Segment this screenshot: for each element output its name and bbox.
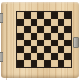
square-c8 (31, 12, 38, 19)
square-g5 (58, 33, 65, 40)
square-a4 (17, 40, 24, 47)
square-b7 (24, 19, 31, 26)
square-g1 (58, 60, 65, 67)
square-b1 (24, 60, 31, 67)
square-d1 (37, 60, 44, 67)
square-a1 (17, 60, 24, 67)
square-c4 (31, 40, 38, 47)
square-b6 (24, 26, 31, 33)
square-e8 (44, 12, 51, 19)
square-f6 (51, 26, 58, 33)
square-c1 (31, 60, 38, 67)
square-g2 (58, 53, 65, 60)
square-c7 (31, 19, 38, 26)
square-e5 (44, 33, 51, 40)
square-d6 (37, 26, 44, 33)
box-lid-seam (6, 4, 7, 80)
square-a8 (17, 12, 24, 19)
square-e7 (44, 19, 51, 26)
square-a7 (17, 19, 24, 26)
square-e6 (44, 26, 51, 33)
square-h4 (64, 40, 71, 47)
square-f8 (51, 12, 58, 19)
chessboard-frame (16, 11, 72, 68)
square-a5 (17, 33, 24, 40)
square-a6 (17, 26, 24, 33)
square-e3 (44, 46, 51, 53)
square-d8 (37, 12, 44, 19)
square-d4 (37, 40, 44, 47)
hinge-icon-top (0, 13, 3, 23)
square-e4 (44, 40, 51, 47)
square-h7 (64, 19, 71, 26)
square-d3 (37, 46, 44, 53)
square-c2 (31, 53, 38, 60)
square-f4 (51, 40, 58, 47)
square-f5 (51, 33, 58, 40)
square-d2 (37, 53, 44, 60)
clasp-icon (73, 37, 79, 48)
square-g4 (58, 40, 65, 47)
square-h5 (64, 33, 71, 40)
square-g8 (58, 12, 65, 19)
square-h8 (64, 12, 71, 19)
square-b3 (24, 46, 31, 53)
product-photo (0, 0, 80, 80)
square-f2 (51, 53, 58, 60)
square-a2 (17, 53, 24, 60)
square-b5 (24, 33, 31, 40)
square-f3 (51, 46, 58, 53)
square-f1 (51, 60, 58, 67)
square-d5 (37, 33, 44, 40)
square-h3 (64, 46, 71, 53)
chessboard (17, 12, 71, 67)
square-h2 (64, 53, 71, 60)
square-c6 (31, 26, 38, 33)
square-a3 (17, 46, 24, 53)
hinge-icon-bottom (0, 52, 3, 62)
square-h6 (64, 26, 71, 33)
square-d7 (37, 19, 44, 26)
square-c3 (31, 46, 38, 53)
square-h1 (64, 60, 71, 67)
square-g6 (58, 26, 65, 33)
square-f7 (51, 19, 58, 26)
square-b8 (24, 12, 31, 19)
square-e2 (44, 53, 51, 60)
square-b4 (24, 40, 31, 47)
square-c5 (31, 33, 38, 40)
square-g3 (58, 46, 65, 53)
square-g7 (58, 19, 65, 26)
square-b2 (24, 53, 31, 60)
square-e1 (44, 60, 51, 67)
